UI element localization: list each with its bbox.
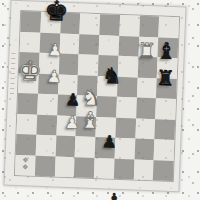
black-pawn-e3[interactable]: ♟	[99, 133, 119, 151]
square-a8[interactable]	[20, 11, 41, 32]
square-b4[interactable]	[37, 94, 58, 115]
black-knight-e6[interactable]: ♞	[102, 60, 123, 88]
square-d8[interactable]	[80, 13, 101, 34]
mat-logo-bottom-glyph: ❖	[22, 164, 29, 171]
white-pawn-b7[interactable]: ♟	[43, 35, 68, 59]
mat-margin-marks	[10, 53, 16, 97]
square-h4[interactable]	[155, 98, 176, 119]
square-g8[interactable]	[139, 16, 160, 37]
white-pawn-c4[interactable]: ♟	[64, 108, 80, 132]
black-bishop-h7[interactable]: ♝	[156, 40, 177, 64]
square-b3[interactable]	[36, 114, 57, 135]
square-e1[interactable]	[94, 158, 115, 179]
square-h2[interactable]	[154, 139, 175, 160]
square-h8[interactable]	[159, 16, 180, 37]
square-a3[interactable]	[16, 114, 37, 135]
black-pawn-c5[interactable]: ♟	[65, 86, 81, 109]
black-rook-h6[interactable]: ♜	[155, 62, 177, 90]
square-h1[interactable]	[153, 160, 174, 181]
square-g1[interactable]	[133, 159, 154, 180]
white-rook-g7[interactable]: ♜	[137, 39, 157, 63]
square-b2[interactable]	[35, 135, 56, 156]
square-c1[interactable]	[54, 156, 75, 177]
square-f8[interactable]	[119, 15, 140, 36]
square-a2[interactable]	[16, 134, 37, 155]
square-c2[interactable]	[55, 136, 76, 157]
square-e8[interactable]	[99, 14, 120, 35]
square-d2[interactable]	[75, 136, 96, 157]
square-b1[interactable]	[35, 155, 56, 176]
chess-mat: ♚♟♜♝♚♟♞♜♟♞♟♝♟ ❖ ❖	[3, 0, 186, 192]
square-g4[interactable]	[136, 98, 157, 119]
square-d7[interactable]	[79, 34, 100, 55]
square-a4[interactable]	[17, 93, 38, 114]
square-d1[interactable]	[74, 157, 95, 178]
square-g3[interactable]	[135, 118, 156, 139]
photo-chess-scene: ♚♟♜♝♚♟♞♜♟♞♟♝♟ ❖ ❖ ♟	[0, 0, 200, 200]
square-e7[interactable]	[99, 35, 120, 56]
square-f1[interactable]	[114, 158, 135, 179]
square-h3[interactable]	[155, 119, 176, 140]
black-king-b8[interactable]: ♚	[44, 0, 69, 25]
white-king-a6[interactable]: ♚	[17, 57, 42, 85]
square-f7[interactable]	[118, 35, 139, 56]
white-bishop-d4[interactable]: ♝	[79, 109, 100, 133]
square-d6[interactable]	[78, 54, 99, 75]
square-f4[interactable]	[116, 97, 137, 118]
mat-logo: ❖ ❖	[17, 157, 34, 172]
square-g2[interactable]	[134, 139, 155, 160]
square-a7[interactable]	[20, 32, 41, 53]
offboard-black-pawn-tip: ♟	[106, 191, 122, 200]
white-pawn-b6[interactable]: ♟	[42, 58, 67, 86]
